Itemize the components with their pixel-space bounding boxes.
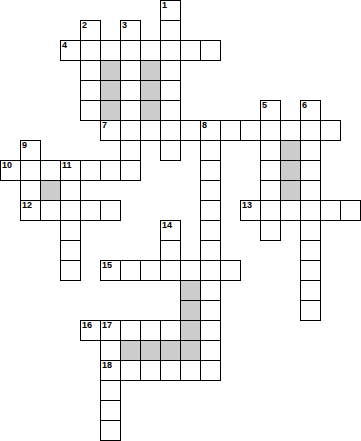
- cell-c14-r6[interactable]: [280, 120, 301, 141]
- cell-c1-r8[interactable]: [20, 160, 41, 181]
- cell-c3-r10[interactable]: [60, 200, 81, 221]
- cell-c6-r6[interactable]: [120, 120, 141, 141]
- cell-c9-r13[interactable]: [180, 260, 201, 281]
- cell-c8-r1[interactable]: [160, 20, 181, 41]
- cell-c1-r9[interactable]: [20, 180, 41, 201]
- cell-c4-r2[interactable]: [80, 40, 101, 61]
- cell-c8-r2[interactable]: [160, 40, 181, 61]
- cell-c11-r13[interactable]: [220, 260, 241, 281]
- cell-c5-r19[interactable]: [100, 380, 121, 401]
- cell-c5-r6[interactable]: [100, 120, 121, 141]
- cell-c15-r11[interactable]: [300, 220, 321, 241]
- cell-c8-r12[interactable]: [160, 240, 181, 261]
- cell-c10-r16[interactable]: [200, 320, 221, 341]
- cell-c10-r9[interactable]: [200, 180, 221, 201]
- cell-c3-r12[interactable]: [60, 240, 81, 261]
- shaded-cell-c5-r4: [100, 80, 121, 101]
- shaded-cell-c9-r14: [180, 280, 201, 301]
- cell-c15-r12[interactable]: [300, 240, 321, 261]
- cell-c10-r15[interactable]: [200, 300, 221, 321]
- cell-c10-r18[interactable]: [200, 360, 221, 381]
- cell-c15-r8[interactable]: [300, 160, 321, 181]
- cell-c13-r10[interactable]: [260, 200, 281, 221]
- shaded-cell-c6-r17: [120, 340, 141, 361]
- cell-c16-r6[interactable]: [320, 120, 341, 141]
- cell-c3-r9[interactable]: [60, 180, 81, 201]
- cell-c5-r8[interactable]: [100, 160, 121, 181]
- cell-c13-r9[interactable]: [260, 180, 281, 201]
- cell-c15-r7[interactable]: [300, 140, 321, 161]
- cell-c11-r6[interactable]: [220, 120, 241, 141]
- cell-c8-r13[interactable]: [160, 260, 181, 281]
- cell-c7-r6[interactable]: [140, 120, 161, 141]
- cell-c6-r8[interactable]: [120, 160, 141, 181]
- cell-c7-r2[interactable]: [140, 40, 161, 61]
- shaded-cell-c5-r5: [100, 100, 121, 121]
- cell-c16-r10[interactable]: [320, 200, 341, 221]
- cell-c15-r15[interactable]: [300, 300, 321, 321]
- cell-c6-r3[interactable]: [120, 60, 141, 81]
- cell-c4-r4[interactable]: [80, 80, 101, 101]
- cell-c9-r2[interactable]: [180, 40, 201, 61]
- cell-c5-r2[interactable]: [100, 40, 121, 61]
- cell-c0-r8[interactable]: [0, 160, 21, 181]
- cell-c3-r13[interactable]: [60, 260, 81, 281]
- cell-c13-r8[interactable]: [260, 160, 281, 181]
- cell-c7-r16[interactable]: [140, 320, 161, 341]
- cell-c4-r16[interactable]: [80, 320, 101, 341]
- cell-c2-r8[interactable]: [40, 160, 61, 181]
- shaded-cell-c7-r4: [140, 80, 161, 101]
- shaded-cell-c14-r9: [280, 180, 301, 201]
- cell-c5-r16[interactable]: [100, 320, 121, 341]
- shaded-cell-c7-r3: [140, 60, 161, 81]
- cell-c5-r10[interactable]: [100, 200, 121, 221]
- cell-c17-r10[interactable]: [340, 200, 361, 221]
- cell-c6-r7[interactable]: [120, 140, 141, 161]
- cell-c4-r1[interactable]: [80, 20, 101, 41]
- cell-c10-r11[interactable]: [200, 220, 221, 241]
- cell-c10-r6[interactable]: [200, 120, 221, 141]
- cell-c6-r2[interactable]: [120, 40, 141, 61]
- cell-c15-r13[interactable]: [300, 260, 321, 281]
- cell-c6-r5[interactable]: [120, 100, 141, 121]
- cell-c9-r18[interactable]: [180, 360, 201, 381]
- cell-c1-r7[interactable]: [20, 140, 41, 161]
- cell-c5-r17[interactable]: [100, 340, 121, 361]
- cell-c13-r5[interactable]: [260, 100, 281, 121]
- cell-c10-r8[interactable]: [200, 160, 221, 181]
- cell-c8-r5[interactable]: [160, 100, 181, 121]
- cell-c4-r3[interactable]: [80, 60, 101, 81]
- cell-c4-r8[interactable]: [80, 160, 101, 181]
- crossword-board: 123456789101112131415161718: [0, 0, 361, 441]
- cell-c2-r10[interactable]: [40, 200, 61, 221]
- cell-c4-r5[interactable]: [80, 100, 101, 121]
- cell-c3-r2[interactable]: [60, 40, 81, 61]
- cell-c13-r6[interactable]: [260, 120, 281, 141]
- cell-c10-r17[interactable]: [200, 340, 221, 361]
- cell-c12-r10[interactable]: [240, 200, 261, 221]
- cell-c7-r18[interactable]: [140, 360, 161, 381]
- cell-c8-r4[interactable]: [160, 80, 181, 101]
- cell-c15-r14[interactable]: [300, 280, 321, 301]
- cell-c5-r18[interactable]: [100, 360, 121, 381]
- cell-c3-r11[interactable]: [60, 220, 81, 241]
- cell-c6-r18[interactable]: [120, 360, 141, 381]
- cell-c10-r14[interactable]: [200, 280, 221, 301]
- cell-c8-r7[interactable]: [160, 140, 181, 161]
- shaded-cell-c5-r3: [100, 60, 121, 81]
- shaded-cell-c9-r15: [180, 300, 201, 321]
- cell-c8-r0[interactable]: [160, 0, 181, 21]
- shaded-cell-c7-r5: [140, 100, 161, 121]
- shaded-cell-c9-r16: [180, 320, 201, 341]
- shaded-cell-c14-r7: [280, 140, 301, 161]
- cell-c14-r10[interactable]: [280, 200, 301, 221]
- cell-c10-r10[interactable]: [200, 200, 221, 221]
- cell-c1-r10[interactable]: [20, 200, 41, 221]
- cell-c10-r12[interactable]: [200, 240, 221, 261]
- cell-c15-r6[interactable]: [300, 120, 321, 141]
- cell-c9-r6[interactable]: [180, 120, 201, 141]
- cell-c12-r6[interactable]: [240, 120, 261, 141]
- shaded-cell-c2-r9: [40, 180, 61, 201]
- shaded-cell-c7-r17: [140, 340, 161, 361]
- cell-c13-r7[interactable]: [260, 140, 281, 161]
- cell-c6-r13[interactable]: [120, 260, 141, 281]
- cell-c5-r20[interactable]: [100, 400, 121, 421]
- cell-c6-r4[interactable]: [120, 80, 141, 101]
- cell-c6-r16[interactable]: [120, 320, 141, 341]
- cell-c8-r6[interactable]: [160, 120, 181, 141]
- cell-c5-r21[interactable]: [100, 420, 121, 441]
- cell-c5-r13[interactable]: [100, 260, 121, 281]
- cell-c8-r3[interactable]: [160, 60, 181, 81]
- cell-c10-r13[interactable]: [200, 260, 221, 281]
- cell-c7-r13[interactable]: [140, 260, 161, 281]
- shaded-cell-c14-r8: [280, 160, 301, 181]
- shaded-cell-c8-r17: [160, 340, 181, 361]
- shaded-cell-c9-r17: [180, 340, 201, 361]
- cell-c8-r18[interactable]: [160, 360, 181, 381]
- cell-c8-r11[interactable]: [160, 220, 181, 241]
- cell-c15-r9[interactable]: [300, 180, 321, 201]
- cell-c10-r2[interactable]: [200, 40, 221, 61]
- cell-c6-r1[interactable]: [120, 20, 141, 41]
- cell-c15-r10[interactable]: [300, 200, 321, 221]
- cell-c15-r5[interactable]: [300, 100, 321, 121]
- cell-c8-r16[interactable]: [160, 320, 181, 341]
- cell-c4-r10[interactable]: [80, 200, 101, 221]
- cell-c13-r11[interactable]: [260, 220, 281, 241]
- cell-c3-r8[interactable]: [60, 160, 81, 181]
- cell-c10-r7[interactable]: [200, 140, 221, 161]
